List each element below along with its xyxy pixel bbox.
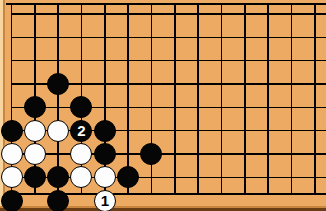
stone-white	[1, 166, 23, 188]
stone-black	[47, 190, 69, 211]
stone-black	[1, 190, 23, 211]
stone-black	[70, 96, 92, 118]
stone-black	[47, 166, 69, 188]
stone-black-move-2: 2	[70, 120, 92, 142]
stone-white	[24, 120, 46, 142]
stone-white	[70, 143, 92, 165]
stone-white	[24, 143, 46, 165]
stone-black	[1, 120, 23, 142]
stone-white	[1, 143, 23, 165]
board-stones: 21	[0, 0, 326, 211]
stone-white	[94, 166, 116, 188]
go-board[interactable]: 21	[0, 0, 326, 211]
stone-black	[94, 120, 116, 142]
stone-black	[24, 96, 46, 118]
stone-white-move-1: 1	[94, 190, 116, 211]
stone-black	[47, 73, 69, 95]
stone-black	[140, 143, 162, 165]
stone-black	[24, 166, 46, 188]
stone-black	[94, 143, 116, 165]
stone-white	[70, 166, 92, 188]
stone-black	[117, 166, 139, 188]
stone-white	[47, 120, 69, 142]
